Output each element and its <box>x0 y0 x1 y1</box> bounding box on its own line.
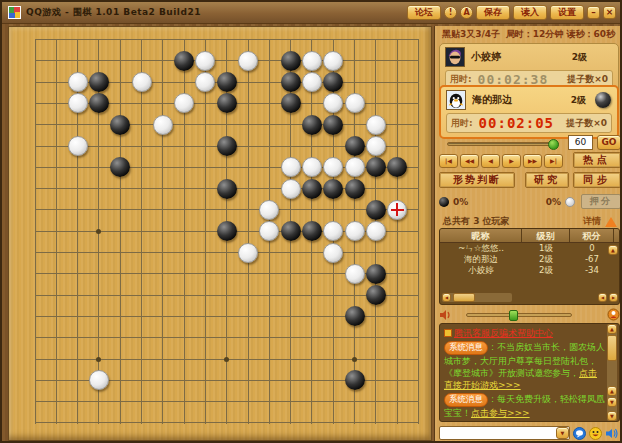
app-window: QQ游戏 - 围棋 1.01 Beta2 Build21 论坛 ! A 保存 读… <box>0 0 622 443</box>
black-stone <box>281 51 301 71</box>
chat-scroll-down-icon[interactable]: ▼ <box>607 411 617 421</box>
seconds-slider[interactable] <box>447 142 559 146</box>
white-stone <box>195 72 215 92</box>
black-dot-icon <box>439 197 449 207</box>
player-rank: 2级 <box>571 94 586 107</box>
chat-page-up-icon[interactable]: ▲ <box>607 386 617 396</box>
black-stone <box>323 179 343 199</box>
grid-line <box>35 209 419 210</box>
white-stone <box>195 51 215 71</box>
cell: 小姣婷 <box>440 265 522 276</box>
player-card-black: 海的那边 2级 用时: 00:02:05 提子数×0 <box>439 85 619 139</box>
go-button[interactable]: GO <box>597 135 621 150</box>
star-point <box>96 357 101 362</box>
slider-handle[interactable] <box>548 139 559 150</box>
white-stone <box>345 93 365 113</box>
scroll-right-icon[interactable]: ◀ <box>598 293 607 302</box>
voice-icon[interactable] <box>605 427 618 440</box>
promo-link[interactable]: 点击参与>>> <box>471 408 530 418</box>
app-icon <box>8 6 21 19</box>
grid-line <box>35 401 419 402</box>
black-stone <box>174 51 194 71</box>
time-rule-label: 局时：12分钟 读秒：60秒 <box>506 28 615 41</box>
byoyomi-controls: 60 GO <box>435 134 622 152</box>
grid-line <box>141 40 142 424</box>
captures-count: 提子数×0 <box>566 117 607 130</box>
seconds-input[interactable]: 60 <box>568 135 593 150</box>
cell: 2级 <box>522 265 570 276</box>
white-stone <box>366 221 386 241</box>
title-bar: QQ游戏 - 围棋 1.01 Beta2 Build21 论坛 ! A 保存 读… <box>2 2 620 24</box>
chat-scroll-up-icon[interactable]: ▲ <box>607 324 617 334</box>
white-stone <box>68 93 88 113</box>
white-percent: 0% <box>546 197 561 207</box>
black-stone <box>217 136 237 156</box>
details-triangle-icon <box>605 217 617 227</box>
black-stone <box>110 157 130 177</box>
minimize-icon[interactable]: – <box>587 6 600 19</box>
black-stone <box>366 264 386 284</box>
white-stone <box>281 157 301 177</box>
chat-input-row: ▼ <box>439 425 620 441</box>
cell: 1级 <box>522 243 570 254</box>
black-stone <box>89 72 109 92</box>
white-stone <box>259 221 279 241</box>
white-stone <box>345 221 365 241</box>
white-stone <box>259 200 279 220</box>
avatar <box>445 47 465 67</box>
black-stone <box>217 72 237 92</box>
close-icon[interactable]: × <box>603 6 616 19</box>
player-list-row[interactable]: ~ㄣ☆悠悠..1级0 <box>440 243 619 254</box>
black-stone <box>281 72 301 92</box>
grid-line <box>205 40 206 424</box>
black-stone <box>387 157 407 177</box>
white-stone <box>323 221 343 241</box>
players-count: 总共有 3 位玩家 <box>443 215 510 228</box>
dropdown-arrow-icon[interactable]: ▼ <box>556 427 569 439</box>
forum-button[interactable]: 论坛 <box>407 5 441 20</box>
notice-icon <box>444 329 452 337</box>
player-list-row[interactable]: 小姣婷2级-34 <box>440 265 619 276</box>
black-stone <box>345 306 365 326</box>
hscroll-thumb[interactable] <box>453 293 475 302</box>
grid-line <box>162 40 163 424</box>
white-stone <box>132 72 152 92</box>
black-stone <box>345 136 365 156</box>
star-point <box>224 357 229 362</box>
white-stone <box>238 243 258 263</box>
chat-input[interactable]: ▼ <box>439 426 570 440</box>
black-stone <box>345 370 365 390</box>
winrate-row: 0% 0% 押分 <box>439 194 621 209</box>
black-stone <box>281 93 301 113</box>
nav-fast-back-icon[interactable]: ◀◀ <box>460 154 479 168</box>
grid-line <box>35 252 419 253</box>
black-stone-icon <box>595 92 611 108</box>
nav-fast-forward-icon[interactable]: ▶▶ <box>523 154 542 168</box>
list-scroll-up-icon[interactable]: ▲ <box>608 245 618 255</box>
col-rank: 级别 <box>522 229 570 242</box>
white-stone <box>345 264 365 284</box>
time-used-label: 用时: <box>451 117 473 130</box>
avatar <box>446 90 466 110</box>
speaker-icon[interactable] <box>439 309 452 321</box>
black-stone <box>217 179 237 199</box>
move-cursor <box>391 203 404 216</box>
save-button[interactable]: 保存 <box>476 5 510 20</box>
go-board[interactable] <box>8 26 432 441</box>
white-stone <box>302 157 322 177</box>
grid-line <box>56 40 57 424</box>
tool-row: 形势判断 研究 同步 <box>439 172 621 189</box>
grid-line <box>397 40 398 424</box>
sound-option-icon[interactable] <box>607 308 620 321</box>
white-stone <box>68 136 88 156</box>
white-stone <box>302 51 322 71</box>
black-stone <box>366 200 386 220</box>
player-rank: 2级 <box>572 51 587 64</box>
nav-back-icon[interactable]: ◀ <box>481 154 500 168</box>
chat-scrollbar[interactable]: ▲ ▲ ▼ ▼ <box>607 324 617 421</box>
chat-bubble-icon[interactable] <box>573 427 586 440</box>
col-nickname: 昵称 <box>440 229 522 242</box>
white-stone <box>323 243 343 263</box>
player-name: 海的那边 <box>472 93 512 107</box>
player-list: 昵称 级别 积分 ~ㄣ☆悠悠..1级0海的那边2级-67小姣婷2级-34 ▲ ◀… <box>439 228 620 305</box>
replay-nav: |◀ ◀◀ ◀ ▶ ▶▶ ▶| <box>439 154 563 168</box>
game-info-bar: 黑贴3又3/4子 局时：12分钟 读秒：60秒 <box>435 28 622 41</box>
time-used-value: 00:02:05 <box>479 115 554 131</box>
settings-button[interactable]: 设置 <box>550 5 584 20</box>
cell: 2级 <box>522 254 570 265</box>
list-hscrollbar[interactable]: ◀ <box>442 293 512 302</box>
nav-forward-icon[interactable]: ▶ <box>502 154 521 168</box>
grid-line <box>120 40 121 424</box>
white-stone <box>174 93 194 113</box>
scroll-right2-icon[interactable]: ▶ <box>609 293 618 302</box>
white-stone <box>345 157 365 177</box>
grid-line <box>248 40 249 424</box>
komi-label: 黑贴3又3/4子 <box>442 28 500 41</box>
nav-first-icon[interactable]: |◀ <box>439 154 458 168</box>
hotspot-button[interactable]: 热点 <box>573 152 621 168</box>
white-stone <box>323 93 343 113</box>
bet-button[interactable]: 押分 <box>581 194 621 209</box>
grid-line <box>35 39 419 40</box>
volume-row <box>439 308 620 321</box>
black-stone <box>89 93 109 113</box>
black-stone <box>366 285 386 305</box>
black-stone <box>345 179 365 199</box>
cell: 海的那边 <box>440 254 522 265</box>
player-list-header: 昵称 级别 积分 <box>440 229 619 243</box>
system-message-badge: 系统消息 <box>444 341 488 354</box>
judge-button[interactable]: 形势判断 <box>439 172 515 188</box>
details-link[interactable]: 详情 <box>583 215 601 228</box>
white-stone <box>366 115 386 135</box>
cell: ~ㄣ☆悠悠.. <box>440 243 522 254</box>
load-button[interactable]: 读入 <box>513 5 547 20</box>
grid-line <box>35 124 419 125</box>
black-stone <box>366 157 386 177</box>
cell: -34 <box>570 265 614 276</box>
research-button[interactable]: 研究 <box>525 172 569 188</box>
black-stone <box>302 179 322 199</box>
black-stone <box>323 72 343 92</box>
nav-last-icon[interactable]: ▶| <box>544 154 563 168</box>
window-title: QQ游戏 - 围棋 1.01 Beta2 Build21 <box>26 6 201 19</box>
chat-message: 腾讯客服反骗术帮助中心 <box>444 327 605 339</box>
grid-line <box>35 60 419 61</box>
grid-line <box>35 337 419 338</box>
white-stone <box>281 179 301 199</box>
white-dot-icon <box>565 197 575 207</box>
volume-slider[interactable] <box>466 313 572 317</box>
grid-line <box>35 295 419 296</box>
black-stone <box>281 221 301 241</box>
black-percent: 0% <box>453 197 468 207</box>
scroll-left-icon[interactable]: ◀ <box>442 293 451 302</box>
chat-message: 系统消息：每天免费升级，轻松得凤凰宝宝！点击参与>>> <box>444 393 605 419</box>
black-stone <box>302 115 322 135</box>
white-stone <box>302 72 322 92</box>
star-point <box>352 357 357 362</box>
font-icon[interactable]: A <box>460 6 473 19</box>
grid-line <box>35 40 36 424</box>
chat-message: 系统消息：不当房奴当市长，圆农场人城市梦，大厅用户尊享每日登陆礼包，《摩登城市》… <box>444 341 605 391</box>
chat-scroll-thumb[interactable] <box>607 335 617 361</box>
player-list-row[interactable]: 海的那边2级-67 <box>440 254 619 265</box>
col-score: 积分 <box>570 229 614 242</box>
cell: -67 <box>570 254 614 265</box>
help-icon[interactable]: ! <box>444 6 457 19</box>
white-stone <box>238 51 258 71</box>
side-panel: 黑贴3又3/4子 局时：12分钟 读秒：60秒 小姣婷 2级 用时: 00:02… <box>434 26 622 443</box>
sync-button[interactable]: 同步 <box>573 172 621 188</box>
smiley-icon[interactable] <box>589 427 602 440</box>
black-stone <box>302 221 322 241</box>
chat-page-down-icon[interactable]: ▼ <box>607 397 617 407</box>
black-stone <box>217 93 237 113</box>
white-stone <box>68 72 88 92</box>
grid-line <box>418 40 419 424</box>
white-stone <box>323 157 343 177</box>
system-message-badge: 系统消息 <box>444 393 488 406</box>
players-summary-row: 总共有 3 位玩家 详情 <box>443 215 617 228</box>
white-stone <box>366 136 386 156</box>
chat-messages: 腾讯客服反骗术帮助中心系统消息：不当房奴当市长，圆农场人城市梦，大厅用户尊享每日… <box>439 323 620 422</box>
black-stone <box>110 115 130 135</box>
grid-line <box>35 422 419 423</box>
player-name: 小姣婷 <box>471 50 501 64</box>
white-stone <box>323 51 343 71</box>
help-center-link[interactable]: 腾讯客服反骗术帮助中心 <box>454 328 553 338</box>
white-stone <box>153 115 173 135</box>
white-stone <box>89 370 109 390</box>
star-point <box>96 229 101 234</box>
volume-handle[interactable] <box>509 310 518 321</box>
black-stone <box>217 221 237 241</box>
black-stone <box>323 115 343 135</box>
